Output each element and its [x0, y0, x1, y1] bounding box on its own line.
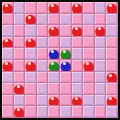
board-cell[interactable]: [83, 25, 95, 37]
board-cell[interactable]: [72, 72, 84, 84]
board-cell[interactable]: [48, 14, 60, 26]
board-cell[interactable]: [25, 95, 37, 107]
board-cell[interactable]: [60, 95, 72, 107]
red-marble[interactable]: ●: [48, 95, 59, 105]
board-cell[interactable]: [95, 60, 107, 72]
board-cell[interactable]: [95, 2, 107, 14]
board-cell[interactable]: ●: [83, 60, 95, 72]
red-marble[interactable]: ●: [48, 2, 59, 12]
board-cell[interactable]: [37, 95, 49, 107]
board-cell[interactable]: ●: [48, 25, 60, 37]
board-cell[interactable]: [37, 2, 49, 14]
game-board: ●●●●●●●●●●●●●●●●●●●●●●●: [0, 0, 120, 120]
board-cell[interactable]: [60, 2, 72, 14]
board-cell[interactable]: [83, 83, 95, 95]
board-cell[interactable]: [37, 83, 49, 95]
board-cell[interactable]: [72, 60, 84, 72]
board-cell[interactable]: [106, 37, 118, 49]
board-cell[interactable]: [14, 14, 26, 26]
red-marble[interactable]: ●: [72, 2, 83, 12]
board-cell[interactable]: ●: [48, 60, 60, 72]
blue-marble[interactable]: ●: [60, 60, 71, 70]
red-marble[interactable]: ●: [25, 60, 36, 70]
board-cell[interactable]: ●: [14, 83, 26, 95]
board-cell[interactable]: [83, 37, 95, 49]
blue-marble[interactable]: ●: [48, 48, 59, 58]
board-cell[interactable]: [25, 48, 37, 60]
board-cell[interactable]: [106, 83, 118, 95]
red-marble[interactable]: ●: [106, 95, 117, 105]
board-cell[interactable]: [14, 72, 26, 84]
board-cell[interactable]: [48, 37, 60, 49]
board-cell[interactable]: ●: [72, 2, 84, 14]
red-marble[interactable]: ●: [72, 95, 83, 105]
board-cell[interactable]: [106, 106, 118, 118]
board-cell[interactable]: [37, 14, 49, 26]
board-cell[interactable]: [37, 48, 49, 60]
board-cell[interactable]: ●: [106, 72, 118, 84]
board-cell[interactable]: [95, 83, 107, 95]
board-cell[interactable]: [48, 72, 60, 84]
board-cell[interactable]: ●: [106, 2, 118, 14]
board-cell[interactable]: [48, 83, 60, 95]
board-cell[interactable]: [83, 14, 95, 26]
red-marble[interactable]: ●: [2, 37, 13, 47]
board-cell[interactable]: [60, 83, 72, 95]
board-cell[interactable]: [14, 60, 26, 72]
board-cell[interactable]: ●: [25, 14, 37, 26]
board-cell[interactable]: ●: [25, 37, 37, 49]
red-marble[interactable]: ●: [48, 25, 59, 35]
board-cell[interactable]: ●: [2, 2, 14, 14]
board-cell[interactable]: ●: [25, 60, 37, 72]
board-cell[interactable]: [37, 72, 49, 84]
red-marble[interactable]: ●: [25, 37, 36, 47]
board-cell[interactable]: [95, 95, 107, 107]
board-cell[interactable]: ●: [14, 106, 26, 118]
board-cell[interactable]: [72, 14, 84, 26]
board-cell[interactable]: [37, 37, 49, 49]
board-cell[interactable]: [60, 106, 72, 118]
board-cell[interactable]: [95, 37, 107, 49]
board-cell[interactable]: ●: [106, 95, 118, 107]
board-cell[interactable]: [2, 25, 14, 37]
board-cell[interactable]: [2, 83, 14, 95]
board-cell[interactable]: [72, 48, 84, 60]
board-cell[interactable]: [72, 37, 84, 49]
board-cell[interactable]: [95, 72, 107, 84]
red-marble[interactable]: ●: [106, 2, 117, 12]
board-cell[interactable]: ●: [60, 48, 72, 60]
green-marble[interactable]: ●: [60, 48, 71, 58]
board-cell[interactable]: [60, 25, 72, 37]
red-marble[interactable]: ●: [106, 72, 117, 82]
board-cell[interactable]: ●: [95, 25, 107, 37]
board-cell[interactable]: [2, 72, 14, 84]
board-cell[interactable]: ●: [48, 2, 60, 14]
board-cell[interactable]: ●: [72, 95, 84, 107]
red-marble[interactable]: ●: [2, 2, 13, 12]
board-cell[interactable]: [25, 72, 37, 84]
red-marble[interactable]: ●: [14, 106, 25, 116]
red-marble[interactable]: ●: [95, 25, 106, 35]
board-cell[interactable]: ●: [2, 60, 14, 72]
board-cell[interactable]: [60, 72, 72, 84]
board-cell[interactable]: [14, 2, 26, 14]
board-cell[interactable]: [60, 14, 72, 26]
board-cell[interactable]: [95, 14, 107, 26]
board-cell[interactable]: [25, 2, 37, 14]
board-cell[interactable]: [48, 106, 60, 118]
board-cell[interactable]: [25, 25, 37, 37]
board-cell[interactable]: [106, 48, 118, 60]
board-cell[interactable]: [2, 106, 14, 118]
board-cell[interactable]: [14, 37, 26, 49]
board-cell[interactable]: [72, 83, 84, 95]
board-cell[interactable]: [2, 48, 14, 60]
board-cell[interactable]: [25, 83, 37, 95]
board-cell[interactable]: [37, 106, 49, 118]
board-cell[interactable]: [106, 25, 118, 37]
board-cell[interactable]: [37, 25, 49, 37]
board-cell[interactable]: [83, 95, 95, 107]
board-cell[interactable]: ●: [72, 25, 84, 37]
game-screen: ●●●●●●●●●●●●●●●●●●●●●●●: [0, 0, 120, 120]
board-cell[interactable]: ●: [2, 37, 14, 49]
board-cell[interactable]: ●: [48, 48, 60, 60]
board-cell[interactable]: [83, 48, 95, 60]
board-cell[interactable]: [2, 14, 14, 26]
red-marble[interactable]: ●: [83, 60, 94, 70]
board-cell[interactable]: [106, 60, 118, 72]
board-cell[interactable]: [95, 106, 107, 118]
green-marble[interactable]: ●: [48, 60, 59, 70]
board-cell[interactable]: [14, 25, 26, 37]
board-cell[interactable]: [14, 48, 26, 60]
board-cell[interactable]: ●: [60, 60, 72, 72]
red-marble[interactable]: ●: [25, 14, 36, 24]
board-cell[interactable]: [95, 48, 107, 60]
board-cell[interactable]: [106, 14, 118, 26]
red-marble[interactable]: ●: [14, 83, 25, 93]
board-cell[interactable]: [14, 95, 26, 107]
board-cell[interactable]: [25, 106, 37, 118]
red-marble[interactable]: ●: [2, 60, 13, 70]
red-marble[interactable]: ●: [72, 25, 83, 35]
board-cell[interactable]: [83, 2, 95, 14]
board-cell[interactable]: [2, 95, 14, 107]
board-cell[interactable]: [72, 106, 84, 118]
board-cell[interactable]: [37, 60, 49, 72]
board-cell[interactable]: [83, 72, 95, 84]
board-cell[interactable]: [83, 106, 95, 118]
board-cell[interactable]: ●: [48, 95, 60, 107]
board-cell[interactable]: [60, 37, 72, 49]
